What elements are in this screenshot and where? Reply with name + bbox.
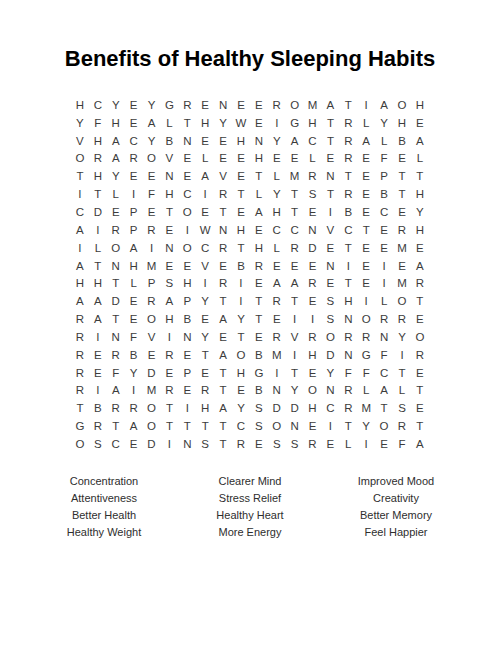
grid-cell[interactable]: F <box>107 364 125 382</box>
grid-cell[interactable]: E <box>125 435 143 453</box>
grid-cell[interactable]: P <box>375 167 393 185</box>
grid-cell[interactable]: D <box>304 239 322 257</box>
grid-cell[interactable]: R <box>393 221 411 239</box>
grid-cell[interactable]: I <box>125 185 143 203</box>
grid-cell[interactable]: Y <box>125 364 143 382</box>
grid-cell[interactable]: D <box>107 292 125 310</box>
grid-cell[interactable]: O <box>357 310 375 328</box>
grid-cell[interactable]: H <box>232 221 250 239</box>
grid-cell[interactable]: A <box>160 292 178 310</box>
grid-cell[interactable]: T <box>214 382 232 400</box>
grid-cell[interactable]: N <box>339 310 357 328</box>
grid-cell[interactable]: T <box>178 417 196 435</box>
grid-cell[interactable]: G <box>160 96 178 114</box>
grid-cell[interactable]: N <box>160 239 178 257</box>
grid-cell[interactable]: T <box>375 399 393 417</box>
grid-cell[interactable]: T <box>250 292 268 310</box>
grid-cell[interactable]: L <box>160 114 178 132</box>
grid-cell[interactable]: T <box>286 364 304 382</box>
grid-cell[interactable]: W <box>196 221 214 239</box>
grid-cell[interactable]: E <box>321 274 339 292</box>
grid-cell[interactable]: O <box>411 328 429 346</box>
grid-cell[interactable]: L <box>268 167 286 185</box>
grid-cell[interactable]: E <box>232 382 250 400</box>
grid-cell[interactable]: H <box>304 346 322 364</box>
grid-cell[interactable]: Y <box>107 167 125 185</box>
grid-cell[interactable]: S <box>160 274 178 292</box>
grid-cell[interactable]: A <box>107 132 125 150</box>
grid-cell[interactable]: T <box>339 239 357 257</box>
grid-cell[interactable]: E <box>304 417 322 435</box>
grid-cell[interactable]: S <box>268 435 286 453</box>
grid-cell[interactable]: A <box>89 292 107 310</box>
grid-cell[interactable]: T <box>286 185 304 203</box>
grid-cell[interactable]: H <box>160 310 178 328</box>
grid-cell[interactable]: I <box>268 364 286 382</box>
grid-cell[interactable]: E <box>411 310 429 328</box>
grid-cell[interactable]: E <box>232 150 250 168</box>
grid-cell[interactable]: T <box>321 114 339 132</box>
grid-cell[interactable]: E <box>196 132 214 150</box>
grid-cell[interactable]: T <box>411 382 429 400</box>
grid-cell[interactable]: E <box>411 114 429 132</box>
grid-cell[interactable]: N <box>321 167 339 185</box>
grid-cell[interactable]: Y <box>143 132 161 150</box>
grid-cell[interactable]: T <box>107 310 125 328</box>
grid-cell[interactable]: H <box>411 185 429 203</box>
grid-cell[interactable]: R <box>214 185 232 203</box>
grid-cell[interactable]: D <box>268 399 286 417</box>
grid-cell[interactable]: R <box>196 382 214 400</box>
grid-cell[interactable]: B <box>250 346 268 364</box>
grid-cell[interactable]: N <box>214 221 232 239</box>
grid-cell[interactable]: Y <box>393 328 411 346</box>
grid-cell[interactable]: O <box>321 328 339 346</box>
grid-cell[interactable]: I <box>89 328 107 346</box>
grid-cell[interactable]: C <box>321 399 339 417</box>
grid-cell[interactable]: E <box>375 435 393 453</box>
grid-cell[interactable]: T <box>286 292 304 310</box>
grid-cell[interactable]: R <box>357 328 375 346</box>
grid-cell[interactable]: V <box>214 167 232 185</box>
grid-cell[interactable]: D <box>321 346 339 364</box>
grid-cell[interactable]: R <box>393 310 411 328</box>
grid-cell[interactable]: D <box>143 364 161 382</box>
grid-cell[interactable]: B <box>160 132 178 150</box>
grid-cell[interactable]: R <box>178 96 196 114</box>
grid-cell[interactable]: E <box>125 96 143 114</box>
grid-cell[interactable]: A <box>214 346 232 364</box>
grid-cell[interactable]: I <box>321 417 339 435</box>
grid-cell[interactable]: R <box>304 328 322 346</box>
grid-cell[interactable]: R <box>339 399 357 417</box>
grid-cell[interactable]: T <box>178 114 196 132</box>
grid-cell[interactable]: I <box>286 310 304 328</box>
grid-cell[interactable]: F <box>357 364 375 382</box>
grid-cell[interactable]: R <box>71 364 89 382</box>
grid-cell[interactable]: R <box>71 382 89 400</box>
grid-cell[interactable]: E <box>393 203 411 221</box>
grid-cell[interactable]: E <box>357 167 375 185</box>
grid-cell[interactable]: R <box>232 435 250 453</box>
grid-cell[interactable]: E <box>214 132 232 150</box>
grid-cell[interactable]: D <box>143 435 161 453</box>
grid-cell[interactable]: I <box>321 203 339 221</box>
grid-cell[interactable]: C <box>268 221 286 239</box>
grid-cell[interactable]: R <box>339 382 357 400</box>
grid-cell[interactable]: R <box>339 114 357 132</box>
grid-cell[interactable]: H <box>304 399 322 417</box>
grid-cell[interactable]: T <box>214 203 232 221</box>
grid-cell[interactable]: A <box>214 310 232 328</box>
grid-cell[interactable]: R <box>411 346 429 364</box>
grid-cell[interactable]: G <box>286 114 304 132</box>
grid-cell[interactable]: R <box>339 150 357 168</box>
grid-cell[interactable]: M <box>143 257 161 275</box>
grid-cell[interactable]: G <box>357 346 375 364</box>
grid-cell[interactable]: E <box>89 346 107 364</box>
grid-cell[interactable]: T <box>89 257 107 275</box>
grid-cell[interactable]: L <box>89 239 107 257</box>
grid-cell[interactable]: C <box>304 132 322 150</box>
grid-cell[interactable]: E <box>304 203 322 221</box>
grid-cell[interactable]: H <box>232 132 250 150</box>
grid-cell[interactable]: N <box>375 328 393 346</box>
grid-cell[interactable]: H <box>196 114 214 132</box>
grid-cell[interactable]: E <box>357 239 375 257</box>
grid-cell[interactable]: E <box>357 274 375 292</box>
grid-cell[interactable]: F <box>125 328 143 346</box>
grid-cell[interactable]: E <box>357 150 375 168</box>
grid-cell[interactable]: O <box>178 203 196 221</box>
grid-cell[interactable]: I <box>71 239 89 257</box>
grid-cell[interactable]: A <box>71 292 89 310</box>
grid-cell[interactable]: I <box>196 185 214 203</box>
grid-cell[interactable]: E <box>214 328 232 346</box>
grid-cell[interactable]: E <box>411 239 429 257</box>
grid-cell[interactable]: T <box>214 364 232 382</box>
grid-cell[interactable]: R <box>71 346 89 364</box>
grid-cell[interactable]: Y <box>232 399 250 417</box>
grid-cell[interactable]: E <box>232 167 250 185</box>
grid-cell[interactable]: I <box>160 435 178 453</box>
grid-cell[interactable]: T <box>160 203 178 221</box>
grid-cell[interactable]: L <box>375 132 393 150</box>
grid-cell[interactable]: T <box>89 185 107 203</box>
grid-cell[interactable]: L <box>393 382 411 400</box>
grid-cell[interactable]: N <box>178 435 196 453</box>
grid-cell[interactable]: T <box>339 417 357 435</box>
grid-cell[interactable]: Y <box>321 364 339 382</box>
grid-cell[interactable]: L <box>357 382 375 400</box>
grid-cell[interactable]: E <box>321 435 339 453</box>
grid-cell[interactable]: N <box>286 417 304 435</box>
grid-cell[interactable]: S <box>304 185 322 203</box>
grid-cell[interactable]: A <box>71 221 89 239</box>
grid-cell[interactable]: O <box>143 310 161 328</box>
grid-cell[interactable]: E <box>178 257 196 275</box>
grid-cell[interactable]: O <box>71 150 89 168</box>
grid-cell[interactable]: T <box>321 132 339 150</box>
grid-cell[interactable]: I <box>268 114 286 132</box>
grid-cell[interactable]: I <box>71 185 89 203</box>
grid-cell[interactable]: G <box>250 364 268 382</box>
grid-cell[interactable]: R <box>339 132 357 150</box>
grid-cell[interactable]: E <box>268 150 286 168</box>
grid-cell[interactable]: R <box>393 417 411 435</box>
grid-cell[interactable]: B <box>393 132 411 150</box>
grid-cell[interactable]: E <box>143 167 161 185</box>
grid-cell[interactable]: Y <box>107 96 125 114</box>
grid-cell[interactable]: E <box>411 399 429 417</box>
grid-cell[interactable]: E <box>268 310 286 328</box>
grid-cell[interactable]: T <box>339 167 357 185</box>
grid-cell[interactable]: T <box>250 310 268 328</box>
grid-cell[interactable]: E <box>125 167 143 185</box>
grid-cell[interactable]: E <box>375 239 393 257</box>
grid-cell[interactable]: E <box>250 221 268 239</box>
grid-cell[interactable]: N <box>178 132 196 150</box>
grid-cell[interactable]: R <box>125 399 143 417</box>
grid-cell[interactable]: V <box>71 132 89 150</box>
grid-cell[interactable]: R <box>268 328 286 346</box>
grid-cell[interactable]: B <box>125 346 143 364</box>
grid-cell[interactable]: E <box>321 150 339 168</box>
grid-cell[interactable]: B <box>250 382 268 400</box>
grid-cell[interactable]: E <box>375 221 393 239</box>
grid-cell[interactable]: S <box>89 435 107 453</box>
grid-cell[interactable]: C <box>196 239 214 257</box>
grid-cell[interactable]: L <box>107 185 125 203</box>
grid-cell[interactable]: R <box>304 167 322 185</box>
grid-cell[interactable]: I <box>357 96 375 114</box>
grid-cell[interactable]: A <box>107 382 125 400</box>
grid-cell[interactable]: R <box>214 239 232 257</box>
grid-cell[interactable]: A <box>321 96 339 114</box>
grid-cell[interactable]: I <box>357 292 375 310</box>
grid-cell[interactable]: O <box>143 417 161 435</box>
grid-cell[interactable]: H <box>339 292 357 310</box>
grid-cell[interactable]: C <box>178 185 196 203</box>
grid-cell[interactable]: V <box>160 150 178 168</box>
grid-cell[interactable]: O <box>286 96 304 114</box>
grid-cell[interactable]: S <box>286 435 304 453</box>
grid-cell[interactable]: O <box>375 417 393 435</box>
grid-cell[interactable]: T <box>107 274 125 292</box>
grid-cell[interactable]: H <box>71 274 89 292</box>
grid-cell[interactable]: T <box>393 185 411 203</box>
grid-cell[interactable]: P <box>125 221 143 239</box>
grid-cell[interactable]: B <box>178 310 196 328</box>
grid-cell[interactable]: B <box>375 185 393 203</box>
grid-cell[interactable]: M <box>286 167 304 185</box>
grid-cell[interactable]: E <box>143 346 161 364</box>
grid-cell[interactable]: H <box>89 167 107 185</box>
grid-cell[interactable]: T <box>232 239 250 257</box>
grid-cell[interactable]: E <box>232 96 250 114</box>
grid-cell[interactable]: Y <box>286 382 304 400</box>
grid-cell[interactable]: N <box>250 132 268 150</box>
grid-cell[interactable]: T <box>393 167 411 185</box>
grid-cell[interactable]: M <box>357 399 375 417</box>
grid-cell[interactable]: I <box>232 292 250 310</box>
grid-cell[interactable]: O <box>178 239 196 257</box>
grid-cell[interactable]: M <box>304 96 322 114</box>
grid-cell[interactable]: I <box>286 346 304 364</box>
grid-cell[interactable]: P <box>125 203 143 221</box>
grid-cell[interactable]: Y <box>268 185 286 203</box>
grid-cell[interactable]: I <box>339 257 357 275</box>
grid-cell[interactable]: T <box>232 185 250 203</box>
grid-cell[interactable]: R <box>375 310 393 328</box>
grid-cell[interactable]: F <box>89 114 107 132</box>
grid-cell[interactable]: H <box>89 274 107 292</box>
grid-cell[interactable]: E <box>196 203 214 221</box>
grid-cell[interactable]: A <box>214 399 232 417</box>
grid-cell[interactable]: A <box>89 310 107 328</box>
grid-cell[interactable]: N <box>339 346 357 364</box>
grid-cell[interactable]: R <box>339 185 357 203</box>
grid-cell[interactable]: R <box>250 257 268 275</box>
grid-cell[interactable]: T <box>393 364 411 382</box>
grid-cell[interactable]: F <box>375 346 393 364</box>
grid-cell[interactable]: E <box>304 292 322 310</box>
grid-cell[interactable]: Y <box>232 310 250 328</box>
grid-cell[interactable]: E <box>357 203 375 221</box>
grid-cell[interactable]: E <box>143 203 161 221</box>
grid-cell[interactable]: T <box>214 417 232 435</box>
grid-cell[interactable]: E <box>393 257 411 275</box>
grid-cell[interactable]: A <box>411 132 429 150</box>
grid-cell[interactable]: R <box>160 382 178 400</box>
grid-cell[interactable]: V <box>286 328 304 346</box>
grid-cell[interactable]: E <box>160 364 178 382</box>
grid-cell[interactable]: E <box>411 364 429 382</box>
grid-cell[interactable]: E <box>107 203 125 221</box>
grid-cell[interactable]: C <box>375 364 393 382</box>
grid-cell[interactable]: M <box>143 382 161 400</box>
grid-cell[interactable]: I <box>375 257 393 275</box>
grid-cell[interactable]: W <box>232 114 250 132</box>
grid-cell[interactable]: Y <box>411 203 429 221</box>
grid-cell[interactable]: H <box>411 221 429 239</box>
grid-cell[interactable]: T <box>357 221 375 239</box>
grid-cell[interactable]: E <box>214 257 232 275</box>
grid-cell[interactable]: O <box>143 150 161 168</box>
grid-cell[interactable]: N <box>107 257 125 275</box>
grid-cell[interactable]: R <box>107 346 125 364</box>
grid-cell[interactable]: V <box>321 221 339 239</box>
grid-cell[interactable]: F <box>393 435 411 453</box>
grid-cell[interactable]: I <box>393 346 411 364</box>
grid-cell[interactable]: H <box>196 399 214 417</box>
grid-cell[interactable]: T <box>107 417 125 435</box>
grid-cell[interactable]: P <box>178 364 196 382</box>
grid-cell[interactable]: O <box>268 417 286 435</box>
grid-cell[interactable]: S <box>393 399 411 417</box>
grid-cell[interactable]: A <box>375 96 393 114</box>
grid-cell[interactable]: N <box>160 167 178 185</box>
grid-cell[interactable]: A <box>286 274 304 292</box>
grid-cell[interactable]: H <box>304 114 322 132</box>
grid-cell[interactable]: E <box>304 257 322 275</box>
grid-cell[interactable]: M <box>393 239 411 257</box>
grid-cell[interactable]: H <box>250 150 268 168</box>
grid-cell[interactable]: Y <box>196 328 214 346</box>
grid-cell[interactable]: E <box>250 274 268 292</box>
grid-cell[interactable]: S <box>196 435 214 453</box>
grid-cell[interactable]: I <box>89 382 107 400</box>
grid-cell[interactable]: M <box>393 274 411 292</box>
grid-cell[interactable]: T <box>411 417 429 435</box>
grid-cell[interactable]: O <box>393 96 411 114</box>
grid-cell[interactable]: P <box>178 292 196 310</box>
grid-cell[interactable]: H <box>125 257 143 275</box>
grid-cell[interactable]: E <box>250 114 268 132</box>
grid-cell[interactable]: D <box>89 203 107 221</box>
grid-cell[interactable]: I <box>357 435 375 453</box>
grid-cell[interactable]: L <box>125 274 143 292</box>
grid-cell[interactable]: E <box>393 150 411 168</box>
grid-cell[interactable]: N <box>321 257 339 275</box>
grid-cell[interactable]: S <box>250 399 268 417</box>
grid-cell[interactable]: P <box>143 274 161 292</box>
grid-cell[interactable]: E <box>268 257 286 275</box>
grid-cell[interactable]: N <box>214 96 232 114</box>
grid-cell[interactable]: Y <box>196 292 214 310</box>
grid-cell[interactable]: R <box>411 274 429 292</box>
grid-cell[interactable]: H <box>178 274 196 292</box>
grid-cell[interactable]: I <box>89 221 107 239</box>
grid-cell[interactable]: E <box>321 239 339 257</box>
grid-cell[interactable]: N <box>268 382 286 400</box>
grid-cell[interactable]: I <box>196 274 214 292</box>
grid-cell[interactable]: H <box>107 114 125 132</box>
grid-cell[interactable]: I <box>160 328 178 346</box>
grid-cell[interactable]: E <box>286 150 304 168</box>
grid-cell[interactable]: R <box>107 221 125 239</box>
grid-cell[interactable]: R <box>71 310 89 328</box>
grid-cell[interactable]: C <box>89 96 107 114</box>
grid-cell[interactable]: L <box>357 114 375 132</box>
grid-cell[interactable]: R <box>268 96 286 114</box>
grid-cell[interactable]: A <box>125 417 143 435</box>
grid-cell[interactable]: C <box>71 203 89 221</box>
grid-cell[interactable]: R <box>89 417 107 435</box>
grid-cell[interactable]: C <box>286 221 304 239</box>
grid-cell[interactable]: T <box>339 274 357 292</box>
grid-cell[interactable]: A <box>196 167 214 185</box>
grid-cell[interactable]: L <box>304 150 322 168</box>
grid-cell[interactable]: O <box>143 399 161 417</box>
grid-cell[interactable]: F <box>143 185 161 203</box>
grid-cell[interactable]: L <box>339 435 357 453</box>
grid-cell[interactable]: H <box>160 185 178 203</box>
grid-cell[interactable]: B <box>232 257 250 275</box>
grid-cell[interactable]: F <box>375 150 393 168</box>
grid-cell[interactable]: D <box>286 399 304 417</box>
grid-cell[interactable]: Y <box>375 114 393 132</box>
grid-cell[interactable]: T <box>250 167 268 185</box>
grid-cell[interactable]: N <box>321 382 339 400</box>
grid-cell[interactable]: Y <box>214 114 232 132</box>
grid-cell[interactable]: M <box>268 346 286 364</box>
grid-cell[interactable]: B <box>339 203 357 221</box>
grid-cell[interactable]: R <box>143 292 161 310</box>
grid-cell[interactable]: E <box>160 257 178 275</box>
grid-cell[interactable]: E <box>196 310 214 328</box>
grid-cell[interactable]: E <box>232 203 250 221</box>
